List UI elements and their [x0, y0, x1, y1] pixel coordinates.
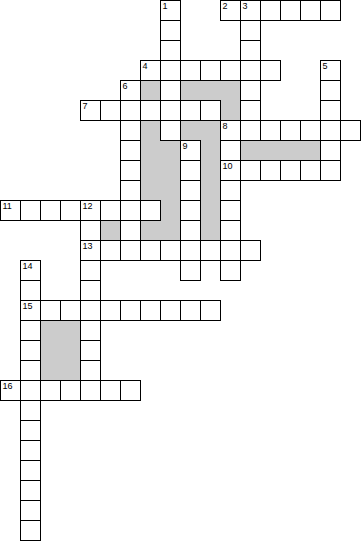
cell[interactable]: [80, 320, 101, 341]
cell[interactable]: [260, 160, 281, 181]
cell[interactable]: [80, 340, 101, 361]
shaded-cell: [40, 340, 60, 360]
cell[interactable]: [180, 300, 201, 321]
cell[interactable]: [20, 360, 41, 381]
cell[interactable]: [80, 220, 101, 241]
cell[interactable]: [140, 240, 161, 261]
shaded-cell: [160, 180, 180, 200]
cell[interactable]: [120, 180, 141, 201]
cell[interactable]: [20, 460, 41, 481]
cell[interactable]: [220, 220, 241, 241]
cell[interactable]: [120, 140, 141, 161]
cell[interactable]: [20, 340, 41, 361]
clue-number: 15: [23, 302, 33, 311]
shaded-cell: [200, 140, 220, 160]
shaded-cell: [160, 140, 180, 160]
clue-number: 1: [163, 2, 168, 11]
cell[interactable]: 9: [180, 140, 201, 161]
cell[interactable]: [280, 120, 301, 141]
cell[interactable]: [60, 380, 81, 401]
cell[interactable]: 14: [20, 260, 41, 281]
cell[interactable]: [160, 80, 181, 101]
cell[interactable]: 12: [80, 200, 101, 221]
cell[interactable]: [240, 40, 261, 61]
clue-number: 16: [3, 382, 13, 391]
cell[interactable]: [20, 200, 41, 221]
cell[interactable]: [260, 0, 281, 21]
cell[interactable]: [220, 260, 241, 281]
cell[interactable]: [20, 520, 41, 541]
cell[interactable]: [140, 300, 161, 321]
cell[interactable]: [80, 380, 101, 401]
shaded-cell: [60, 320, 80, 340]
cell[interactable]: [160, 20, 181, 41]
cell[interactable]: [180, 60, 201, 81]
clue-number: 11: [3, 202, 12, 211]
shaded-cell: [40, 320, 60, 340]
cell[interactable]: [220, 60, 241, 81]
cell[interactable]: [80, 300, 101, 321]
cell[interactable]: [220, 180, 241, 201]
cell[interactable]: [160, 120, 181, 141]
cell[interactable]: [100, 100, 121, 121]
cell[interactable]: [160, 240, 181, 261]
cell[interactable]: 8: [220, 120, 241, 141]
cell[interactable]: 5: [320, 60, 341, 81]
cell[interactable]: [200, 100, 221, 121]
cell[interactable]: [40, 200, 61, 221]
cell[interactable]: [120, 100, 141, 121]
cell[interactable]: 4: [140, 60, 161, 81]
cell[interactable]: [100, 200, 121, 221]
shaded-cell: [160, 220, 180, 240]
shaded-cell: [180, 80, 200, 100]
shaded-cell: [240, 140, 260, 160]
cell[interactable]: [20, 280, 41, 301]
cell[interactable]: [320, 80, 341, 101]
cell[interactable]: [20, 440, 41, 461]
cell[interactable]: [80, 280, 101, 301]
cell[interactable]: [160, 60, 181, 81]
cell[interactable]: 13: [80, 240, 101, 261]
cell[interactable]: 7: [80, 100, 101, 121]
cell[interactable]: [80, 260, 101, 281]
cell[interactable]: [220, 240, 241, 261]
cell[interactable]: [200, 240, 221, 261]
cell[interactable]: [180, 160, 201, 181]
cell[interactable]: [160, 300, 181, 321]
cell[interactable]: [340, 120, 361, 141]
cell[interactable]: [320, 120, 341, 141]
cell[interactable]: [300, 120, 321, 141]
shaded-cell: [200, 120, 220, 140]
cell[interactable]: 10: [220, 160, 241, 181]
cell[interactable]: [20, 420, 41, 441]
cell[interactable]: [40, 380, 61, 401]
shaded-cell: [280, 140, 300, 160]
clue-number: 2: [223, 2, 228, 11]
cell[interactable]: 15: [20, 300, 41, 321]
shaded-cell: [140, 140, 160, 160]
cell[interactable]: [200, 60, 221, 81]
cell[interactable]: [280, 160, 301, 181]
shaded-cell: [140, 80, 160, 100]
cell[interactable]: [320, 140, 341, 161]
cell[interactable]: [240, 100, 261, 121]
cell[interactable]: 1: [160, 0, 181, 21]
cell[interactable]: 11: [0, 200, 21, 221]
shaded-cell: [200, 200, 220, 220]
cell[interactable]: [100, 240, 121, 261]
cell[interactable]: [120, 380, 141, 401]
shaded-cell: [40, 360, 60, 380]
cell[interactable]: [180, 200, 201, 221]
cell[interactable]: [140, 100, 161, 121]
cell[interactable]: 2: [220, 0, 241, 21]
clue-number: 8: [223, 122, 228, 131]
cell[interactable]: [260, 60, 281, 81]
cell[interactable]: [120, 120, 141, 141]
shaded-cell: [200, 160, 220, 180]
cell[interactable]: [40, 300, 61, 321]
cell[interactable]: [300, 0, 321, 21]
cell[interactable]: [240, 240, 261, 261]
cell[interactable]: [260, 120, 281, 141]
cell[interactable]: [160, 100, 181, 121]
cell[interactable]: [180, 260, 201, 281]
cell[interactable]: [160, 40, 181, 61]
cell[interactable]: [80, 360, 101, 381]
cell[interactable]: [120, 300, 141, 321]
cell[interactable]: [120, 220, 141, 241]
cell[interactable]: [320, 100, 341, 121]
cell[interactable]: [320, 160, 341, 181]
cell[interactable]: [120, 160, 141, 181]
clue-number: 5: [323, 62, 328, 71]
cell[interactable]: [120, 240, 141, 261]
cell[interactable]: [240, 20, 261, 41]
shaded-cell: [140, 120, 160, 140]
cell[interactable]: [20, 480, 41, 501]
shaded-cell: [140, 180, 160, 200]
cell[interactable]: [140, 200, 161, 221]
cell[interactable]: [60, 200, 81, 221]
cell[interactable]: 3: [240, 0, 261, 21]
cell[interactable]: [280, 0, 301, 21]
cell[interactable]: [300, 160, 321, 181]
clue-number: 10: [223, 162, 233, 171]
crossword-grid: 12345678910111213141516: [0, 0, 361, 541]
cell[interactable]: [180, 240, 201, 261]
shaded-cell: [160, 200, 180, 220]
shaded-cell: [60, 340, 80, 360]
cell[interactable]: [240, 80, 261, 101]
cell[interactable]: [180, 180, 201, 201]
cell[interactable]: [220, 140, 241, 161]
clue-number: 3: [243, 2, 248, 11]
shaded-cell: [140, 160, 160, 180]
shaded-cell: [200, 80, 220, 100]
cell[interactable]: [100, 380, 121, 401]
shaded-cell: [260, 140, 280, 160]
cell[interactable]: 16: [0, 380, 21, 401]
shaded-cell: [180, 120, 200, 140]
shaded-cell: [60, 360, 80, 380]
cell[interactable]: [20, 500, 41, 521]
cell[interactable]: [120, 200, 141, 221]
clue-number: 14: [23, 262, 33, 271]
clue-number: 9: [183, 142, 188, 151]
cell[interactable]: [240, 60, 261, 81]
shaded-cell: [140, 220, 160, 240]
cell[interactable]: [240, 160, 261, 181]
cell[interactable]: [20, 320, 41, 341]
cell[interactable]: [20, 380, 41, 401]
shaded-cell: [220, 80, 240, 100]
shaded-cell: [100, 220, 120, 240]
shaded-cell: [300, 140, 320, 160]
cell[interactable]: [100, 300, 121, 321]
clue-number: 4: [143, 62, 148, 71]
shaded-cell: [200, 180, 220, 200]
shaded-cell: [200, 220, 220, 240]
cell[interactable]: [200, 300, 221, 321]
shaded-cell: [160, 160, 180, 180]
cell[interactable]: 6: [120, 80, 141, 101]
cell[interactable]: [60, 300, 81, 321]
cell[interactable]: [220, 200, 241, 221]
clue-number: 7: [83, 102, 88, 111]
cell[interactable]: [180, 100, 201, 121]
shaded-cell: [220, 100, 240, 120]
cell[interactable]: [20, 400, 41, 421]
clue-number: 6: [123, 82, 128, 91]
cell[interactable]: [180, 220, 201, 241]
clue-number: 12: [83, 202, 93, 211]
clue-number: 13: [83, 242, 93, 251]
crossword-puzzle: 12345678910111213141516: [0, 0, 361, 541]
cell[interactable]: [240, 120, 261, 141]
cell[interactable]: [320, 0, 341, 21]
